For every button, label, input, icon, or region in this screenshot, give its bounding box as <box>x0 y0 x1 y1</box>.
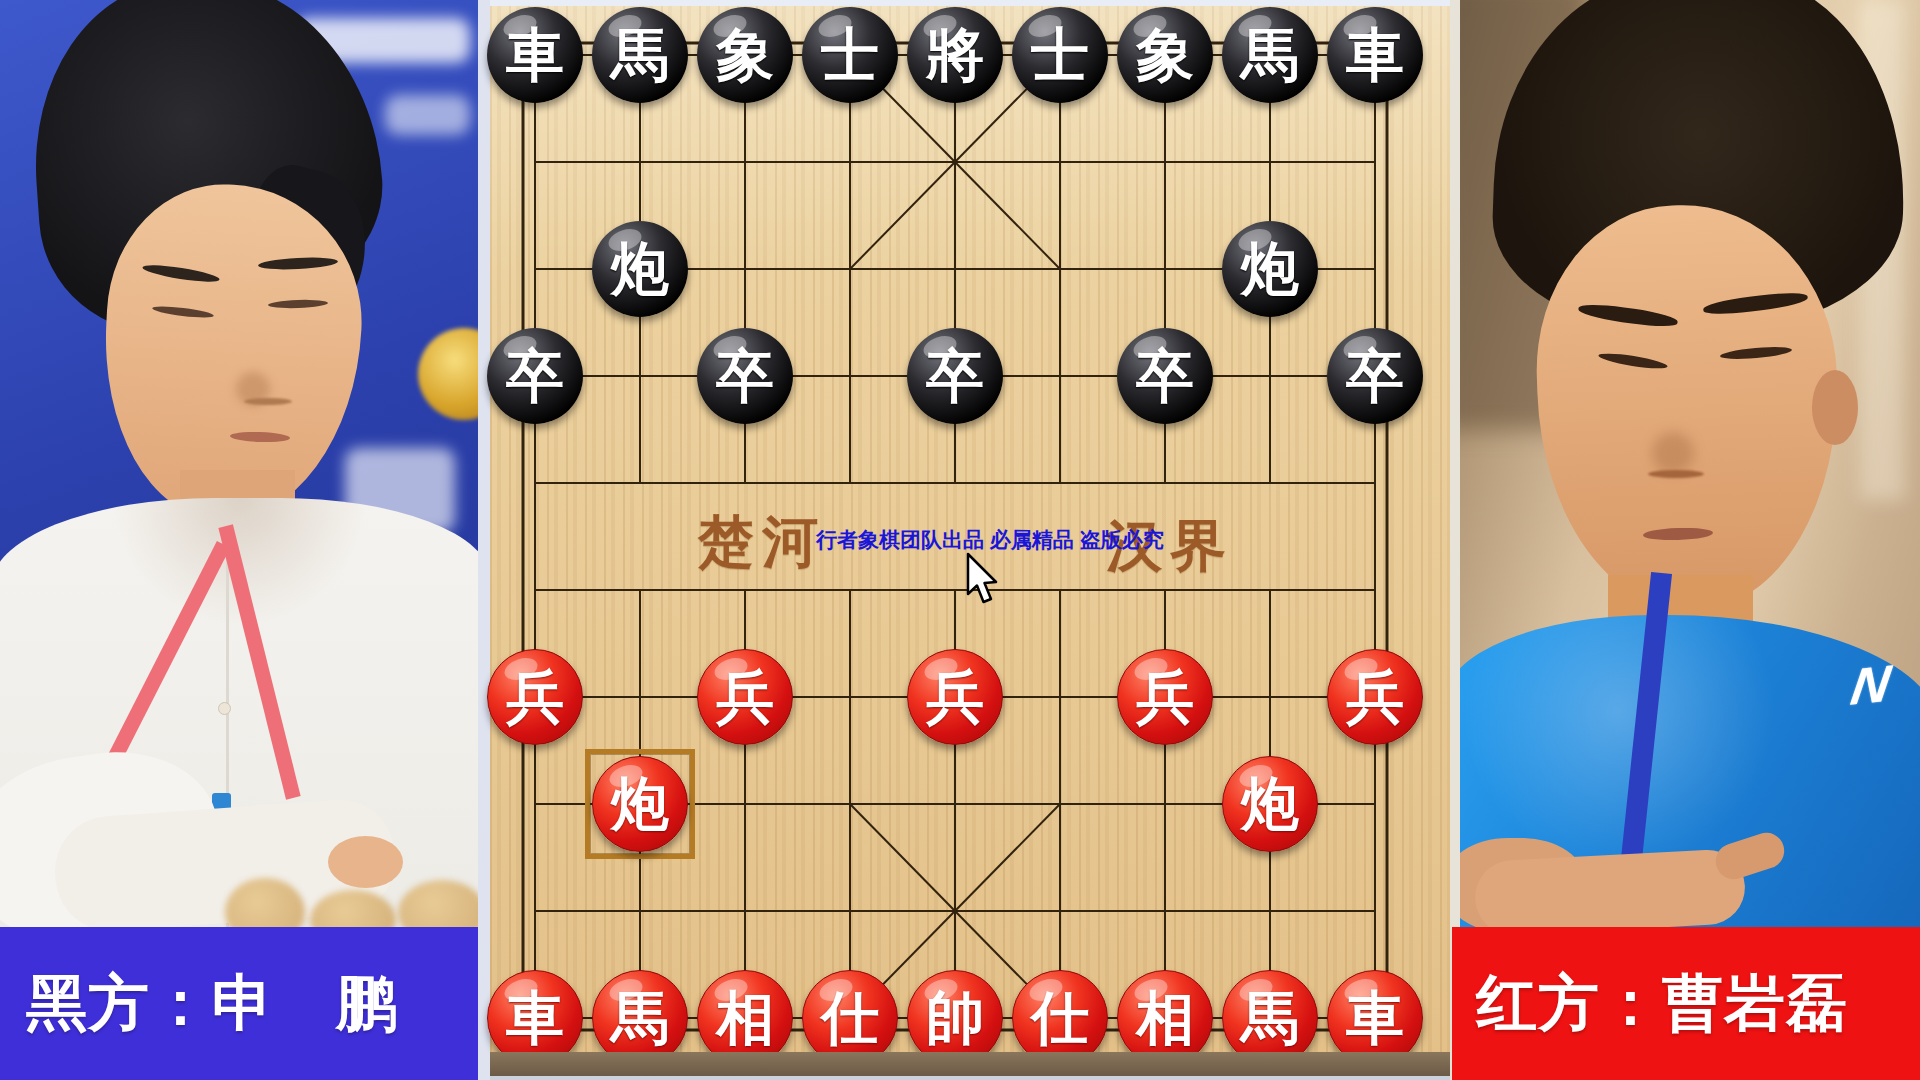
piece-glyph: 兵 <box>1346 668 1404 726</box>
piece-glyph: 炮 <box>1241 240 1299 298</box>
piece-glyph: 象 <box>1136 26 1194 84</box>
piece-glyph: 卒 <box>1136 347 1194 405</box>
piece-red-soldier[interactable]: 兵 <box>907 649 1003 745</box>
piece-glyph: 相 <box>1136 989 1194 1047</box>
hand <box>1473 848 1747 927</box>
red-player-photo: N <box>1460 0 1920 927</box>
piece-black-advisor[interactable]: 士 <box>1012 7 1108 103</box>
red-player-banner-label: 红方：曹岩磊 <box>1476 963 1848 1045</box>
piece-black-elephant[interactable]: 象 <box>1117 7 1213 103</box>
piece-red-soldier[interactable]: 兵 <box>1327 649 1423 745</box>
piece-glyph: 仕 <box>1031 989 1089 1047</box>
red-player-banner: 红方：曹岩磊 <box>1452 927 1920 1080</box>
left-divider <box>478 0 490 1080</box>
piece-glyph: 炮 <box>611 775 669 833</box>
piece-red-cannon[interactable]: 炮 <box>592 756 688 852</box>
piece-black-horse[interactable]: 馬 <box>592 7 688 103</box>
piece-black-soldier[interactable]: 卒 <box>697 328 793 424</box>
piece-glyph: 象 <box>716 26 774 84</box>
piece-glyph: 將 <box>926 26 984 84</box>
piece-black-general[interactable]: 將 <box>907 7 1003 103</box>
right-divider <box>1450 0 1460 1080</box>
piece-glyph: 兵 <box>506 668 564 726</box>
piece-glyph: 卒 <box>926 347 984 405</box>
black-player-banner-label: 黑方：申 鹏 <box>26 963 398 1045</box>
piece-black-advisor[interactable]: 士 <box>802 7 898 103</box>
piece-black-cannon[interactable]: 炮 <box>592 221 688 317</box>
piece-black-soldier[interactable]: 卒 <box>487 328 583 424</box>
piece-glyph: 車 <box>1346 989 1404 1047</box>
mouse-cursor <box>966 552 1000 604</box>
piece-glyph: 車 <box>1346 26 1404 84</box>
piece-black-chariot[interactable]: 車 <box>1327 7 1423 103</box>
piece-glyph: 卒 <box>506 347 564 405</box>
piece-black-horse[interactable]: 馬 <box>1222 7 1318 103</box>
piece-red-soldier[interactable]: 兵 <box>487 649 583 745</box>
piece-glyph: 帥 <box>926 989 984 1047</box>
hand <box>328 836 403 888</box>
nose <box>244 398 292 405</box>
black-player-photo <box>0 0 478 927</box>
piece-red-cannon[interactable]: 炮 <box>1222 756 1318 852</box>
background-blur-shape <box>385 95 470 135</box>
piece-glyph: 馬 <box>1241 989 1299 1047</box>
xiangqi-board[interactable]: 楚河 汉界 行者象棋团队出品 必属精品 盗版必究 車馬象士將士象馬車炮炮卒卒卒卒… <box>490 0 1450 1080</box>
piece-glyph: 炮 <box>611 240 669 298</box>
piece-glyph: 炮 <box>1241 775 1299 833</box>
ear <box>1812 370 1858 445</box>
piece-glyph: 相 <box>716 989 774 1047</box>
piece-glyph: 車 <box>506 26 564 84</box>
piece-black-cannon[interactable]: 炮 <box>1222 221 1318 317</box>
piece-red-soldier[interactable]: 兵 <box>697 649 793 745</box>
piece-black-elephant[interactable]: 象 <box>697 7 793 103</box>
piece-glyph: 士 <box>821 26 879 84</box>
piece-glyph: 士 <box>1031 26 1089 84</box>
piece-glyph: 兵 <box>926 668 984 726</box>
piece-glyph: 車 <box>506 989 564 1047</box>
piece-red-soldier[interactable]: 兵 <box>1117 649 1213 745</box>
pieces-layer: 車馬象士將士象馬車炮炮卒卒卒卒卒兵兵兵兵兵炮炮車馬相仕帥仕相馬車 <box>490 0 1450 1080</box>
black-player-banner: 黑方：申 鹏 <box>0 927 478 1080</box>
piece-glyph: 兵 <box>716 668 774 726</box>
sponsor-emblem <box>418 328 478 420</box>
piece-glyph: 馬 <box>1241 26 1299 84</box>
broadcast-frame: N <box>0 0 1920 1080</box>
piece-glyph: 馬 <box>611 989 669 1047</box>
piece-black-chariot[interactable]: 車 <box>487 7 583 103</box>
nose <box>1652 432 1694 474</box>
piece-glyph: 仕 <box>821 989 879 1047</box>
piece-glyph: 兵 <box>1136 668 1194 726</box>
board-bottom-strip <box>490 1076 1450 1080</box>
piece-glyph: 卒 <box>716 347 774 405</box>
piece-black-soldier[interactable]: 卒 <box>1327 328 1423 424</box>
shirt-button <box>218 702 231 715</box>
board-bottom-edge <box>490 1052 1450 1076</box>
piece-black-soldier[interactable]: 卒 <box>907 328 1003 424</box>
nose <box>1648 470 1704 478</box>
piece-black-soldier[interactable]: 卒 <box>1117 328 1213 424</box>
piece-glyph: 馬 <box>611 26 669 84</box>
piece-glyph: 卒 <box>1346 347 1404 405</box>
